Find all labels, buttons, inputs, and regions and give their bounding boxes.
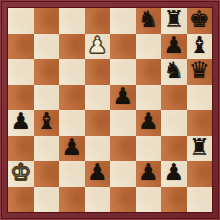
square-h8[interactable]: ♚ [187,8,213,34]
square-h5[interactable] [187,85,213,111]
square-h4[interactable] [187,110,213,136]
square-c3[interactable]: ♟ [59,136,85,162]
piece-black-pawn: ♟ [163,161,184,184]
piece-black-pawn: ♟ [138,110,159,133]
square-d7[interactable]: ♟ [85,34,111,60]
square-h6[interactable]: ♛ [187,59,213,85]
piece-black-pawn: ♟ [163,34,184,57]
piece-black-rook: ♜ [189,136,210,159]
square-e7[interactable] [110,34,136,60]
square-d1[interactable] [85,187,111,213]
square-e1[interactable] [110,187,136,213]
square-a3[interactable] [8,136,34,162]
square-b5[interactable] [34,85,60,111]
square-e8[interactable] [110,8,136,34]
piece-black-knight: ♞ [138,8,159,31]
square-c1[interactable] [59,187,85,213]
piece-black-queen: ♛ [189,59,210,82]
square-c7[interactable] [59,34,85,60]
square-f6[interactable] [136,59,162,85]
piece-white-pawn: ♟ [87,34,108,57]
square-a2[interactable]: ♚ [8,161,34,187]
chess-board: ♞♜♚♟♟♝♞♛♟♟♝♟♟♜♚♟♟♟ [7,7,213,213]
square-b2[interactable] [34,161,60,187]
square-g1[interactable] [161,187,187,213]
square-b6[interactable] [34,59,60,85]
piece-black-rook: ♜ [163,8,184,31]
square-e2[interactable] [110,161,136,187]
square-b8[interactable] [34,8,60,34]
square-f4[interactable]: ♟ [136,110,162,136]
piece-black-pawn: ♟ [138,161,159,184]
square-f7[interactable] [136,34,162,60]
square-a1[interactable] [8,187,34,213]
square-c5[interactable] [59,85,85,111]
square-f1[interactable] [136,187,162,213]
square-b7[interactable] [34,34,60,60]
piece-black-bishop: ♝ [189,34,210,57]
square-e5[interactable]: ♟ [110,85,136,111]
square-g5[interactable] [161,85,187,111]
piece-black-bishop: ♝ [36,110,57,133]
piece-black-pawn: ♟ [10,110,31,133]
square-d4[interactable] [85,110,111,136]
square-g6[interactable]: ♞ [161,59,187,85]
square-c2[interactable] [59,161,85,187]
square-d6[interactable] [85,59,111,85]
piece-black-pawn: ♟ [87,161,108,184]
square-d5[interactable] [85,85,111,111]
square-c6[interactable] [59,59,85,85]
square-e4[interactable] [110,110,136,136]
piece-black-king: ♚ [189,8,210,31]
square-d3[interactable] [85,136,111,162]
board-frame: ♞♜♚♟♟♝♞♛♟♟♝♟♟♜♚♟♟♟ [0,0,220,220]
square-a7[interactable] [8,34,34,60]
square-a6[interactable] [8,59,34,85]
square-g4[interactable] [161,110,187,136]
square-b3[interactable] [34,136,60,162]
square-d8[interactable] [85,8,111,34]
square-a8[interactable] [8,8,34,34]
square-f2[interactable]: ♟ [136,161,162,187]
square-c4[interactable] [59,110,85,136]
square-f3[interactable] [136,136,162,162]
piece-black-pawn: ♟ [61,136,82,159]
square-g2[interactable]: ♟ [161,161,187,187]
piece-black-pawn: ♟ [112,85,133,108]
square-h2[interactable] [187,161,213,187]
piece-black-knight: ♞ [163,59,184,82]
square-g3[interactable] [161,136,187,162]
square-f5[interactable] [136,85,162,111]
square-h7[interactable]: ♝ [187,34,213,60]
piece-white-king: ♚ [10,161,31,184]
square-e3[interactable] [110,136,136,162]
square-b1[interactable] [34,187,60,213]
square-b4[interactable]: ♝ [34,110,60,136]
square-c8[interactable] [59,8,85,34]
square-a4[interactable]: ♟ [8,110,34,136]
square-g8[interactable]: ♜ [161,8,187,34]
square-a5[interactable] [8,85,34,111]
square-g7[interactable]: ♟ [161,34,187,60]
square-e6[interactable] [110,59,136,85]
square-d2[interactable]: ♟ [85,161,111,187]
square-h1[interactable] [187,187,213,213]
square-f8[interactable]: ♞ [136,8,162,34]
square-h3[interactable]: ♜ [187,136,213,162]
